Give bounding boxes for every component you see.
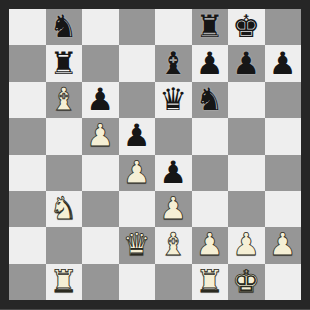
square-g6[interactable] xyxy=(228,82,265,118)
square-f4[interactable] xyxy=(192,155,229,191)
black-pawn-piece[interactable]: ♟ xyxy=(123,118,151,153)
black-pawn-piece[interactable]: ♟ xyxy=(196,45,224,80)
square-d3[interactable] xyxy=(119,191,156,227)
black-knight-piece[interactable]: ♞ xyxy=(50,9,78,44)
black-rook-piece[interactable]: ♜ xyxy=(50,45,78,80)
chess-board: ♞♜♚♜♝♟♟♟♝♟♛♞♟♟♟♟♞♟♛♝♟♟♟♜♜♚ xyxy=(9,9,301,300)
square-b2[interactable] xyxy=(46,227,83,263)
square-b1[interactable]: ♜ xyxy=(46,264,83,300)
square-g8[interactable]: ♚ xyxy=(228,9,265,45)
square-c6[interactable]: ♟ xyxy=(82,82,119,118)
square-d6[interactable] xyxy=(119,82,156,118)
square-c5[interactable]: ♟ xyxy=(82,118,119,154)
square-b4[interactable] xyxy=(46,155,83,191)
square-g4[interactable] xyxy=(228,155,265,191)
square-e7[interactable]: ♝ xyxy=(155,45,192,81)
square-b7[interactable]: ♜ xyxy=(46,45,83,81)
square-f5[interactable] xyxy=(192,118,229,154)
square-d1[interactable] xyxy=(119,264,156,300)
white-pawn-piece[interactable]: ♟ xyxy=(269,227,297,262)
black-king-piece[interactable]: ♚ xyxy=(232,9,260,44)
square-h5[interactable] xyxy=(265,118,302,154)
square-d8[interactable] xyxy=(119,9,156,45)
black-pawn-piece[interactable]: ♟ xyxy=(86,82,114,117)
square-e4[interactable]: ♟ xyxy=(155,155,192,191)
square-h6[interactable] xyxy=(265,82,302,118)
black-pawn-piece[interactable]: ♟ xyxy=(159,155,187,190)
square-b5[interactable] xyxy=(46,118,83,154)
square-h4[interactable] xyxy=(265,155,302,191)
square-d4[interactable]: ♟ xyxy=(119,155,156,191)
white-rook-piece[interactable]: ♜ xyxy=(196,264,224,299)
black-queen-piece[interactable]: ♛ xyxy=(159,82,187,117)
square-b6[interactable]: ♝ xyxy=(46,82,83,118)
square-g2[interactable]: ♟ xyxy=(228,227,265,263)
black-pawn-piece[interactable]: ♟ xyxy=(269,45,297,80)
black-rook-piece[interactable]: ♜ xyxy=(196,9,224,44)
square-c2[interactable] xyxy=(82,227,119,263)
square-e1[interactable] xyxy=(155,264,192,300)
square-a6[interactable] xyxy=(9,82,46,118)
black-bishop-piece[interactable]: ♝ xyxy=(159,45,187,80)
square-b8[interactable]: ♞ xyxy=(46,9,83,45)
white-pawn-piece[interactable]: ♟ xyxy=(232,227,260,262)
square-a2[interactable] xyxy=(9,227,46,263)
square-h1[interactable] xyxy=(265,264,302,300)
white-queen-piece[interactable]: ♛ xyxy=(123,227,151,262)
square-a4[interactable] xyxy=(9,155,46,191)
square-g7[interactable]: ♟ xyxy=(228,45,265,81)
white-bishop-piece[interactable]: ♝ xyxy=(50,82,78,117)
square-a5[interactable] xyxy=(9,118,46,154)
square-h2[interactable]: ♟ xyxy=(265,227,302,263)
white-pawn-piece[interactable]: ♟ xyxy=(86,118,114,153)
square-c7[interactable] xyxy=(82,45,119,81)
square-h8[interactable] xyxy=(265,9,302,45)
board-frame: ♞♜♚♜♝♟♟♟♝♟♛♞♟♟♟♟♞♟♛♝♟♟♟♜♜♚ xyxy=(0,0,310,310)
square-c4[interactable] xyxy=(82,155,119,191)
square-b3[interactable]: ♞ xyxy=(46,191,83,227)
square-d7[interactable] xyxy=(119,45,156,81)
square-c1[interactable] xyxy=(82,264,119,300)
white-king-piece[interactable]: ♚ xyxy=(232,264,260,299)
square-e8[interactable] xyxy=(155,9,192,45)
square-h7[interactable]: ♟ xyxy=(265,45,302,81)
white-pawn-piece[interactable]: ♟ xyxy=(159,191,187,226)
square-e3[interactable]: ♟ xyxy=(155,191,192,227)
white-rook-piece[interactable]: ♜ xyxy=(50,264,78,299)
black-pawn-piece[interactable]: ♟ xyxy=(232,45,260,80)
square-e5[interactable] xyxy=(155,118,192,154)
square-h3[interactable] xyxy=(265,191,302,227)
black-knight-piece[interactable]: ♞ xyxy=(196,82,224,117)
square-d2[interactable]: ♛ xyxy=(119,227,156,263)
square-a7[interactable] xyxy=(9,45,46,81)
white-pawn-piece[interactable]: ♟ xyxy=(196,227,224,262)
square-c8[interactable] xyxy=(82,9,119,45)
square-e2[interactable]: ♝ xyxy=(155,227,192,263)
square-g5[interactable] xyxy=(228,118,265,154)
square-f7[interactable]: ♟ xyxy=(192,45,229,81)
square-f3[interactable] xyxy=(192,191,229,227)
square-a1[interactable] xyxy=(9,264,46,300)
square-f1[interactable]: ♜ xyxy=(192,264,229,300)
white-pawn-piece[interactable]: ♟ xyxy=(123,155,151,190)
square-f6[interactable]: ♞ xyxy=(192,82,229,118)
square-e6[interactable]: ♛ xyxy=(155,82,192,118)
square-g1[interactable]: ♚ xyxy=(228,264,265,300)
square-d5[interactable]: ♟ xyxy=(119,118,156,154)
square-c3[interactable] xyxy=(82,191,119,227)
square-a8[interactable] xyxy=(9,9,46,45)
square-g3[interactable] xyxy=(228,191,265,227)
white-bishop-piece[interactable]: ♝ xyxy=(159,227,187,262)
square-f2[interactable]: ♟ xyxy=(192,227,229,263)
white-knight-piece[interactable]: ♞ xyxy=(50,191,78,226)
square-a3[interactable] xyxy=(9,191,46,227)
square-f8[interactable]: ♜ xyxy=(192,9,229,45)
